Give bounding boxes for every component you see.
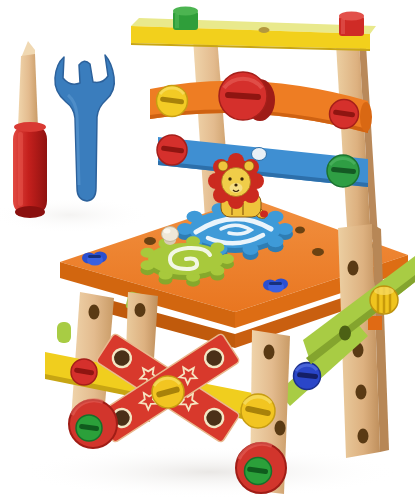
- wheel-left: [69, 400, 117, 448]
- floor-shadow: [20, 446, 400, 498]
- screwdriver: [13, 41, 47, 218]
- red-bolt-blue-bar: [157, 135, 187, 165]
- yellow-bolt-cross: [152, 376, 184, 408]
- red-bolt-yellow-bar: [71, 359, 97, 385]
- yellow-bolt-center-leg: [241, 394, 275, 428]
- green-bolt-top-left: [173, 7, 198, 31]
- wheel-front: [236, 443, 286, 493]
- product-photo: [0, 0, 415, 500]
- blue-bolt: [294, 363, 321, 390]
- toy-chair-scene: [0, 0, 415, 500]
- wrench: [55, 55, 114, 201]
- green-peg: [57, 322, 71, 343]
- yellow-bolt: [157, 86, 188, 117]
- big-red-bolt: [219, 72, 275, 121]
- green-bolt-blue-bar: [327, 155, 359, 187]
- red-bolt-right: [330, 100, 359, 129]
- red-bolt-top-right: [339, 12, 364, 37]
- yellow-ridged-bolt: [370, 286, 398, 314]
- top-bar: [131, 7, 376, 52]
